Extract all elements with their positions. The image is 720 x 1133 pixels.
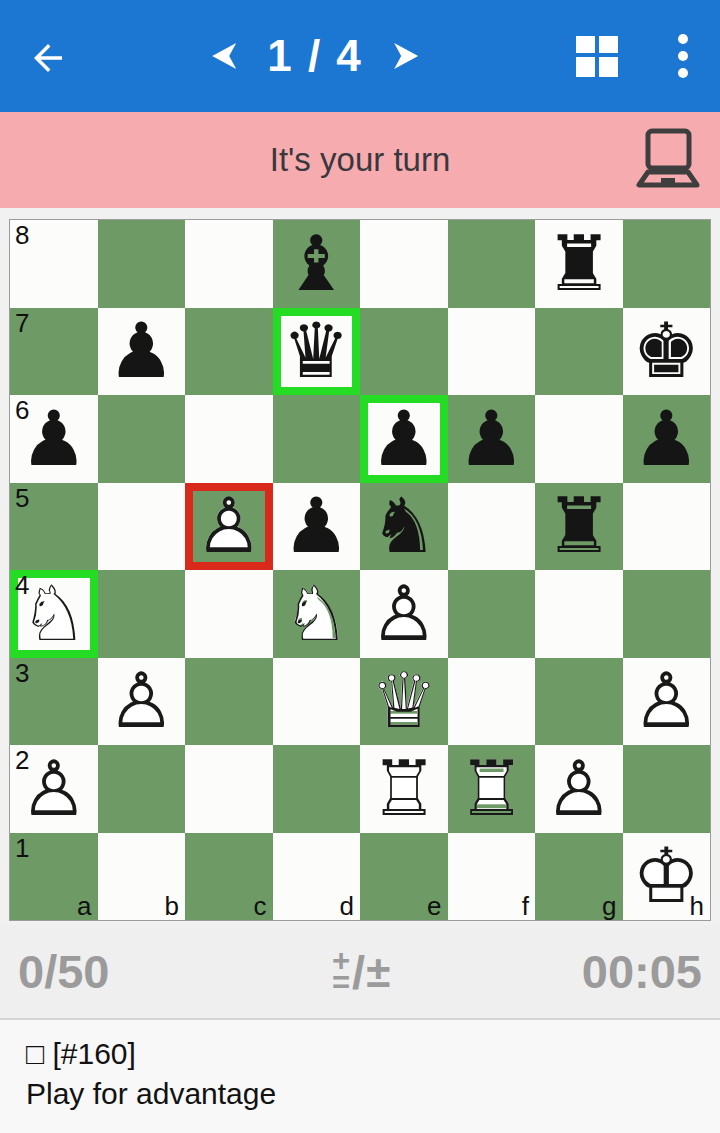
- white-rook[interactable]: ♜♖: [448, 745, 536, 833]
- square-c2[interactable]: [185, 745, 273, 833]
- square-a5[interactable]: 5: [10, 483, 98, 571]
- square-h1[interactable]: h♚♔: [623, 833, 711, 921]
- rank-label-2: 2: [15, 745, 29, 776]
- rank-label-7: 7: [15, 308, 29, 339]
- black-queen[interactable]: ♛: [273, 308, 361, 396]
- previous-puzzle-button[interactable]: [205, 40, 241, 72]
- square-e2[interactable]: ♜♖: [360, 745, 448, 833]
- square-h8[interactable]: [623, 220, 711, 308]
- black-pawn[interactable]: ♟: [273, 483, 361, 571]
- square-b6[interactable]: [98, 395, 186, 483]
- square-a6[interactable]: 6♟: [10, 395, 98, 483]
- white-rook[interactable]: ♜♖: [360, 745, 448, 833]
- square-g2[interactable]: ♟♙: [535, 745, 623, 833]
- square-c7[interactable]: [185, 308, 273, 396]
- app-bar: 1 / 4: [0, 0, 720, 112]
- square-b3[interactable]: ♟♙: [98, 658, 186, 746]
- rank-label-4: 4: [15, 570, 29, 601]
- square-g3[interactable]: [535, 658, 623, 746]
- square-a4[interactable]: 4♞♘: [10, 570, 98, 658]
- laptop-icon[interactable]: [632, 127, 704, 193]
- square-g6[interactable]: [535, 395, 623, 483]
- square-c5[interactable]: ♟♙: [185, 483, 273, 571]
- file-label-e: e: [427, 891, 441, 922]
- timer: 00:05: [582, 944, 702, 999]
- square-h2[interactable]: [623, 745, 711, 833]
- white-pawn[interactable]: ♟♙: [98, 658, 186, 746]
- rank-label-6: 6: [15, 395, 29, 426]
- file-label-h: h: [690, 891, 704, 922]
- puzzle-goal-line: Play for advantage: [26, 1074, 700, 1114]
- square-a7[interactable]: 7: [10, 308, 98, 396]
- overflow-menu-icon[interactable]: [670, 30, 696, 82]
- square-h3[interactable]: ♟♙: [623, 658, 711, 746]
- arrow-left-icon: [27, 37, 69, 79]
- square-b5[interactable]: [98, 483, 186, 571]
- square-c1[interactable]: c: [185, 833, 273, 921]
- white-queen[interactable]: ♛♕: [360, 658, 448, 746]
- square-c6[interactable]: [185, 395, 273, 483]
- back-button[interactable]: [26, 36, 70, 80]
- square-e5[interactable]: ♞: [360, 483, 448, 571]
- black-pawn[interactable]: ♟: [448, 395, 536, 483]
- square-a1[interactable]: 1a: [10, 833, 98, 921]
- rank-label-1: 1: [15, 833, 29, 864]
- white-pawn[interactable]: ♟♙: [185, 483, 273, 571]
- board-area: 8♝♜7♟♛♚6♟♟♟♟5♟♙♟♞♜4♞♘♞♘♟♙3♟♙♛♕♟♙2♟♙♜♖♜♖♟…: [0, 208, 720, 925]
- eval-target-symbol: ±: [366, 947, 390, 997]
- puzzle-id-line: □ [#160]: [26, 1034, 700, 1074]
- square-b1[interactable]: b: [98, 833, 186, 921]
- square-h5[interactable]: [623, 483, 711, 571]
- square-d8[interactable]: ♝: [273, 220, 361, 308]
- black-knight[interactable]: ♞: [360, 483, 448, 571]
- black-king[interactable]: ♚: [623, 308, 711, 396]
- square-e7[interactable]: [360, 308, 448, 396]
- file-label-f: f: [522, 891, 529, 922]
- square-f8[interactable]: [448, 220, 536, 308]
- square-b8[interactable]: [98, 220, 186, 308]
- next-puzzle-button[interactable]: [389, 40, 425, 72]
- square-f3[interactable]: [448, 658, 536, 746]
- stats-bar: 0/50 + = / ± 00:05: [0, 925, 720, 1020]
- white-pawn[interactable]: ♟♙: [360, 570, 448, 658]
- grid-view-icon[interactable]: [576, 36, 618, 77]
- square-g4[interactable]: [535, 570, 623, 658]
- rank-label-3: 3: [15, 658, 29, 689]
- file-label-g: g: [602, 891, 616, 922]
- square-a8[interactable]: 8: [10, 220, 98, 308]
- square-d2[interactable]: [273, 745, 361, 833]
- rank-label-5: 5: [15, 483, 29, 514]
- square-f2[interactable]: ♜♖: [448, 745, 536, 833]
- square-e3[interactable]: ♛♕: [360, 658, 448, 746]
- status-banner: It's your turn: [0, 112, 720, 208]
- square-g1[interactable]: g: [535, 833, 623, 921]
- square-h6[interactable]: ♟: [623, 395, 711, 483]
- app-bar-actions: [576, 0, 696, 112]
- black-bishop[interactable]: ♝: [273, 220, 361, 308]
- square-f5[interactable]: [448, 483, 536, 571]
- square-b4[interactable]: [98, 570, 186, 658]
- square-d7[interactable]: ♛: [273, 308, 361, 396]
- square-a2[interactable]: 2♟♙: [10, 745, 98, 833]
- square-e4[interactable]: ♟♙: [360, 570, 448, 658]
- file-label-c: c: [254, 891, 267, 922]
- pager-label: 1 / 4: [267, 31, 363, 81]
- file-label-a: a: [77, 891, 91, 922]
- rank-label-8: 8: [15, 220, 29, 251]
- square-e8[interactable]: [360, 220, 448, 308]
- white-knight[interactable]: ♞♘: [273, 570, 361, 658]
- black-pawn[interactable]: ♟: [98, 308, 186, 396]
- file-label-b: b: [165, 891, 179, 922]
- black-pawn[interactable]: ♟: [623, 395, 711, 483]
- evaluation-goal: + = / ±: [332, 944, 390, 999]
- square-b7[interactable]: ♟: [98, 308, 186, 396]
- square-c4[interactable]: [185, 570, 273, 658]
- square-d6[interactable]: [273, 395, 361, 483]
- eval-current-symbol: + =: [332, 950, 350, 993]
- square-f6[interactable]: ♟: [448, 395, 536, 483]
- black-rook[interactable]: ♜: [535, 220, 623, 308]
- chess-board: 8♝♜7♟♛♚6♟♟♟♟5♟♙♟♞♜4♞♘♞♘♟♙3♟♙♛♕♟♙2♟♙♜♖♜♖♟…: [9, 219, 711, 921]
- white-pawn[interactable]: ♟♙: [535, 745, 623, 833]
- square-e6[interactable]: ♟: [360, 395, 448, 483]
- square-a3[interactable]: 3: [10, 658, 98, 746]
- puzzle-description: □ [#160] Play for advantage: [0, 1020, 720, 1133]
- square-b2[interactable]: [98, 745, 186, 833]
- square-d1[interactable]: d: [273, 833, 361, 921]
- square-d5[interactable]: ♟: [273, 483, 361, 571]
- square-f4[interactable]: [448, 570, 536, 658]
- square-d4[interactable]: ♞♘: [273, 570, 361, 658]
- square-g8[interactable]: ♜: [535, 220, 623, 308]
- square-f1[interactable]: f: [448, 833, 536, 921]
- score-counter: 0/50: [18, 944, 109, 999]
- puzzle-pager: 1 / 4: [205, 0, 425, 112]
- black-rook[interactable]: ♜: [535, 483, 623, 571]
- square-g7[interactable]: [535, 308, 623, 396]
- square-c3[interactable]: [185, 658, 273, 746]
- square-h7[interactable]: ♚: [623, 308, 711, 396]
- arrow-next-icon: [390, 41, 424, 71]
- turn-status-text: It's your turn: [270, 141, 451, 179]
- square-h4[interactable]: [623, 570, 711, 658]
- file-label-d: d: [340, 891, 354, 922]
- square-d3[interactable]: [273, 658, 361, 746]
- app-screen: 1 / 4 It's your turn 8♝♜7♟♛♚6♟♟♟♟5♟♙♟: [0, 0, 720, 1133]
- square-e1[interactable]: e: [360, 833, 448, 921]
- square-g5[interactable]: ♜: [535, 483, 623, 571]
- square-f7[interactable]: [448, 308, 536, 396]
- black-pawn[interactable]: ♟: [360, 395, 448, 483]
- white-pawn[interactable]: ♟♙: [623, 658, 711, 746]
- square-c8[interactable]: [185, 220, 273, 308]
- arrow-prev-icon: [206, 41, 240, 71]
